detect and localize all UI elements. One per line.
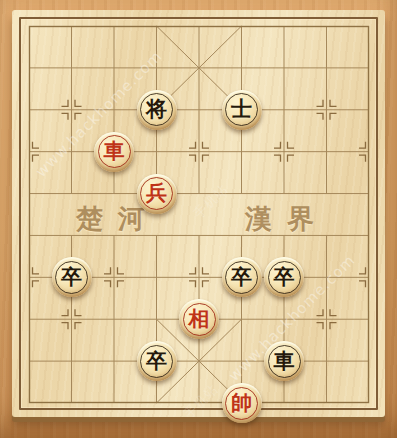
piece-black-soldier[interactable]: 卒 [137,341,177,381]
piece-black-advisor[interactable]: 士 [222,90,262,130]
pieces-layer: 将士車兵卒卒卒相卒車帥 [8,5,391,424]
piece-glyph: 兵 [146,182,167,203]
piece-black-general[interactable]: 将 [137,90,177,130]
piece-glyph: 卒 [61,266,82,287]
piece-glyph: 卒 [231,266,252,287]
xiangqi-board[interactable]: 楚河 漢界 将士車兵卒卒卒相卒車帥 www.hackhome.com www.h… [12,10,385,417]
piece-glyph: 相 [189,308,210,329]
piece-red-chariot[interactable]: 車 [94,132,134,172]
piece-glyph: 将 [146,98,167,119]
piece-glyph: 車 [274,350,295,371]
piece-glyph: 卒 [146,350,167,371]
piece-glyph: 車 [104,140,125,161]
piece-black-soldier[interactable]: 卒 [264,257,304,297]
piece-glyph: 卒 [274,266,295,287]
table-background: 楚河 漢界 将士車兵卒卒卒相卒車帥 www.hackhome.com www.h… [0,0,397,438]
piece-black-soldier[interactable]: 卒 [52,257,92,297]
piece-glyph: 帥 [231,392,252,413]
piece-glyph: 士 [231,98,252,119]
piece-black-chariot[interactable]: 車 [264,341,304,381]
piece-red-elephant[interactable]: 相 [179,299,219,339]
piece-red-general[interactable]: 帥 [222,383,262,423]
piece-black-soldier[interactable]: 卒 [222,257,262,297]
piece-red-soldier[interactable]: 兵 [137,174,177,214]
